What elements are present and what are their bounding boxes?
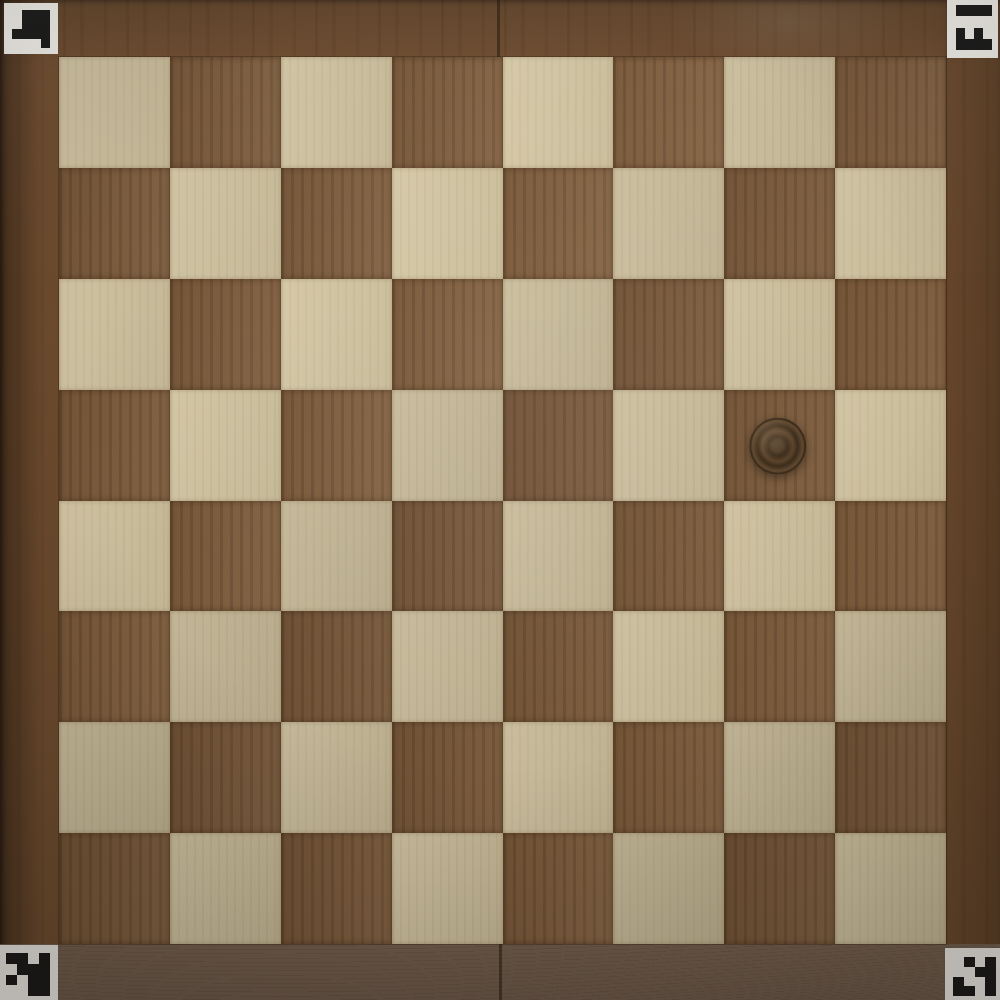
square-c6[interactable] — [281, 279, 392, 390]
square-c2[interactable] — [281, 722, 392, 833]
square-b3[interactable] — [170, 611, 281, 722]
square-f3[interactable] — [613, 611, 724, 722]
square-f1[interactable] — [613, 833, 724, 944]
square-b8[interactable] — [170, 57, 281, 168]
marker-cell — [22, 10, 32, 20]
fiducial-marker-bottom-left — [0, 945, 58, 1000]
marker-cell — [983, 16, 992, 27]
square-e8[interactable] — [503, 57, 614, 168]
square-c5[interactable] — [281, 390, 392, 501]
marker-cell — [17, 975, 28, 986]
marker-cell — [983, 28, 992, 39]
marker-cell — [975, 977, 986, 987]
marker-cell — [39, 975, 50, 986]
square-c7[interactable] — [281, 168, 392, 279]
marker-cell — [985, 967, 996, 977]
square-b7[interactable] — [170, 168, 281, 279]
marker-cell — [28, 964, 39, 975]
marker-cell — [953, 977, 964, 987]
square-g7[interactable] — [724, 168, 835, 279]
square-d1[interactable] — [392, 833, 503, 944]
square-b1[interactable] — [170, 833, 281, 944]
marker-cell — [41, 20, 51, 30]
square-a1[interactable] — [59, 833, 170, 944]
fiducial-marker-top-right — [947, 0, 998, 58]
marker-cell — [985, 986, 996, 996]
marker-cell — [41, 39, 51, 49]
piece-dark-pawn-g5[interactable] — [749, 418, 806, 475]
marker-cell — [985, 977, 996, 987]
marker-cell — [28, 953, 39, 964]
marker-cell — [31, 10, 41, 20]
square-a8[interactable] — [59, 57, 170, 168]
fiducial-pattern-top-left — [12, 10, 50, 48]
marker-cell — [956, 16, 965, 27]
square-b5[interactable] — [170, 390, 281, 501]
square-a6[interactable] — [59, 279, 170, 390]
marker-cell — [983, 5, 992, 16]
marker-cell — [22, 29, 32, 39]
marker-cell — [41, 29, 51, 39]
square-d7[interactable] — [392, 168, 503, 279]
marker-cell — [965, 39, 974, 50]
marker-cell — [28, 975, 39, 986]
square-d4[interactable] — [392, 501, 503, 612]
square-c1[interactable] — [281, 833, 392, 944]
square-h3[interactable] — [835, 611, 946, 722]
square-e3[interactable] — [503, 611, 614, 722]
square-g1[interactable] — [724, 833, 835, 944]
marker-cell — [17, 953, 28, 964]
square-b4[interactable] — [170, 501, 281, 612]
marker-cell — [956, 39, 965, 50]
square-c8[interactable] — [281, 57, 392, 168]
marker-cell — [964, 986, 975, 996]
chessboard-photo — [0, 0, 1000, 1000]
square-a3[interactable] — [59, 611, 170, 722]
marker-cell — [975, 967, 986, 977]
square-b6[interactable] — [170, 279, 281, 390]
fiducial-pattern-bottom-left — [6, 953, 50, 996]
marker-cell — [974, 28, 983, 39]
square-e4[interactable] — [503, 501, 614, 612]
square-h6[interactable] — [835, 279, 946, 390]
board-fold-seam-top — [497, 0, 500, 58]
square-a2[interactable] — [59, 722, 170, 833]
marker-cell — [6, 985, 17, 996]
marker-cell — [17, 964, 28, 975]
square-g4[interactable] — [724, 501, 835, 612]
marker-cell — [12, 39, 22, 49]
square-g8[interactable] — [724, 57, 835, 168]
square-a7[interactable] — [59, 168, 170, 279]
marker-cell — [22, 39, 32, 49]
marker-cell — [964, 967, 975, 977]
marker-cell — [39, 953, 50, 964]
fiducial-pattern-bottom-right — [953, 957, 996, 996]
square-f6[interactable] — [613, 279, 724, 390]
fiducial-marker-bottom-right — [945, 948, 1000, 1000]
marker-cell — [953, 967, 964, 977]
square-g2[interactable] — [724, 722, 835, 833]
square-f7[interactable] — [613, 168, 724, 279]
square-g5[interactable] — [724, 390, 835, 501]
marker-cell — [974, 39, 983, 50]
marker-cell — [964, 977, 975, 987]
marker-cell — [31, 39, 41, 49]
marker-cell — [41, 10, 51, 20]
marker-cell — [975, 986, 986, 996]
square-h4[interactable] — [835, 501, 946, 612]
square-d2[interactable] — [392, 722, 503, 833]
marker-cell — [956, 5, 965, 16]
square-a4[interactable] — [59, 501, 170, 612]
square-e5[interactable] — [503, 390, 614, 501]
marker-cell — [956, 28, 965, 39]
square-f8[interactable] — [613, 57, 724, 168]
square-h5[interactable] — [835, 390, 946, 501]
square-f4[interactable] — [613, 501, 724, 612]
square-d8[interactable] — [392, 57, 503, 168]
square-h1[interactable] — [835, 833, 946, 944]
marker-cell — [28, 985, 39, 996]
square-f5[interactable] — [613, 390, 724, 501]
marker-cell — [12, 20, 22, 30]
marker-cell — [983, 39, 992, 50]
square-d5[interactable] — [392, 390, 503, 501]
marker-cell — [31, 29, 41, 39]
marker-cell — [22, 20, 32, 30]
square-g3[interactable] — [724, 611, 835, 722]
marker-cell — [975, 957, 986, 967]
square-e6[interactable] — [503, 279, 614, 390]
marker-cell — [12, 10, 22, 20]
chessboard — [59, 57, 946, 944]
square-h7[interactable] — [835, 168, 946, 279]
square-d6[interactable] — [392, 279, 503, 390]
square-e2[interactable] — [503, 722, 614, 833]
square-a5[interactable] — [59, 390, 170, 501]
fiducial-marker-top-left — [4, 3, 58, 54]
marker-cell — [965, 5, 974, 16]
square-d3[interactable] — [392, 611, 503, 722]
marker-cell — [17, 985, 28, 996]
marker-cell — [12, 29, 22, 39]
marker-cell — [31, 20, 41, 30]
marker-cell — [953, 986, 964, 996]
marker-cell — [6, 964, 17, 975]
square-g6[interactable] — [724, 279, 835, 390]
board-fold-seam-bottom — [499, 943, 502, 1000]
marker-cell — [39, 985, 50, 996]
square-c3[interactable] — [281, 611, 392, 722]
marker-cell — [985, 957, 996, 967]
marker-cell — [39, 964, 50, 975]
marker-cell — [965, 16, 974, 27]
marker-cell — [974, 16, 983, 27]
square-h2[interactable] — [835, 722, 946, 833]
square-b2[interactable] — [170, 722, 281, 833]
marker-cell — [6, 953, 17, 964]
marker-cell — [974, 5, 983, 16]
marker-cell — [964, 957, 975, 967]
marker-cell — [953, 957, 964, 967]
square-f2[interactable] — [613, 722, 724, 833]
square-h8[interactable] — [835, 57, 946, 168]
square-e1[interactable] — [503, 833, 614, 944]
square-e7[interactable] — [503, 168, 614, 279]
marker-cell — [965, 28, 974, 39]
square-c4[interactable] — [281, 501, 392, 612]
fiducial-pattern-top-right — [956, 5, 992, 50]
marker-cell — [6, 975, 17, 986]
